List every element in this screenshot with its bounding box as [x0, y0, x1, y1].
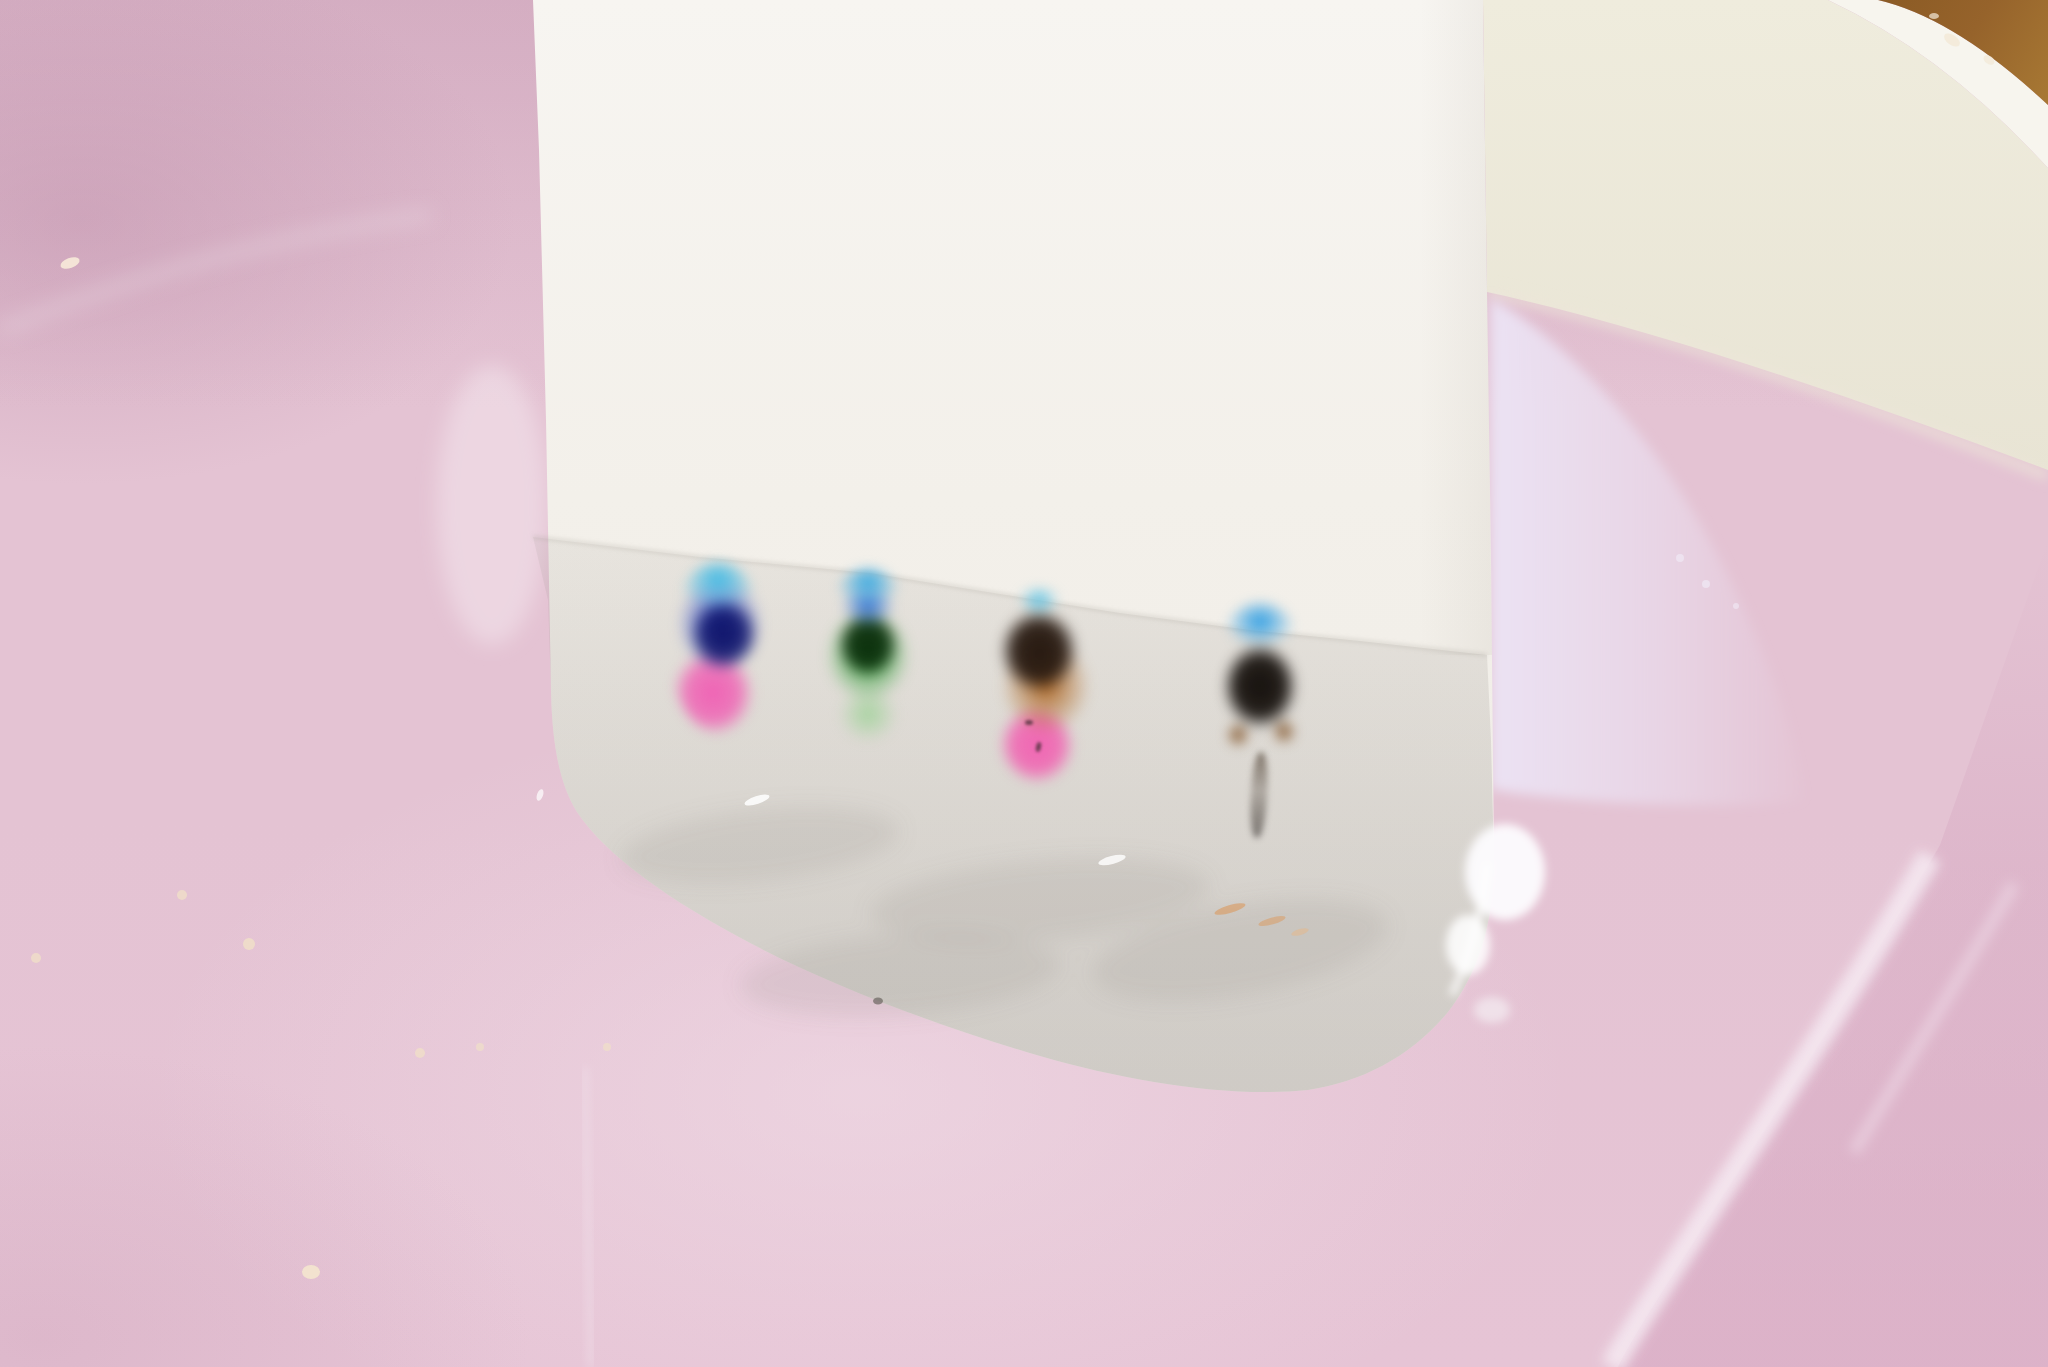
paper-edge-reflection-line — [585, 1068, 591, 1367]
upper-left-ripple-arc — [0, 215, 430, 330]
ink-spot-green — [818, 568, 918, 742]
ink-spot-brown-pink — [983, 588, 1095, 784]
ink-spot-blue-magenta — [668, 562, 768, 734]
ink-spot-black — [1210, 602, 1310, 764]
liquid-light-band — [437, 365, 547, 645]
paper-right-edge-shade — [1420, 0, 1492, 655]
ink-spot-brown-speck — [1025, 720, 1033, 725]
chromatography-photo — [0, 0, 2048, 1367]
